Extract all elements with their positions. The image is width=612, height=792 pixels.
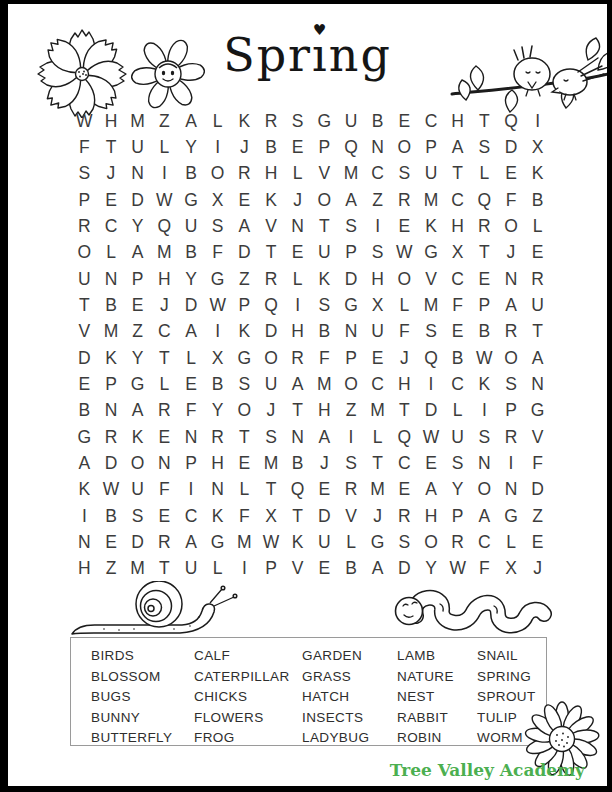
grid-cell-r12c13[interactable]: T: [391, 398, 418, 424]
grid-cell-r14c14[interactable]: E: [418, 450, 445, 476]
word-item-flowers[interactable]: FLOWERS: [194, 708, 302, 729]
grid-cell-r1c10[interactable]: G: [311, 108, 338, 134]
grid-cell-r10c13[interactable]: J: [391, 345, 418, 371]
grid-cell-r6c16[interactable]: T: [471, 240, 498, 266]
grid-cell-r16c14[interactable]: H: [418, 503, 445, 529]
grid-cell-r6c15[interactable]: X: [444, 240, 471, 266]
grid-cell-r17c14[interactable]: O: [418, 529, 445, 555]
grid-cell-r9c7[interactable]: K: [231, 319, 258, 345]
grid-cell-r10c12[interactable]: E: [364, 345, 391, 371]
grid-cell-r16c16[interactable]: A: [471, 503, 498, 529]
grid-cell-r12c12[interactable]: M: [364, 398, 391, 424]
grid-cell-r6c7[interactable]: D: [231, 240, 258, 266]
grid-cell-r16c11[interactable]: V: [338, 503, 365, 529]
grid-cell-r8c12[interactable]: X: [364, 292, 391, 318]
grid-cell-r15c17[interactable]: N: [498, 477, 525, 503]
grid-cell-r11c17[interactable]: S: [498, 371, 525, 397]
grid-cell-r11c5[interactable]: E: [178, 371, 205, 397]
grid-cell-r7c11[interactable]: D: [338, 266, 365, 292]
grid-cell-r2c11[interactable]: Q: [338, 134, 365, 160]
grid-cell-r14c10[interactable]: J: [311, 450, 338, 476]
grid-cell-r2c5[interactable]: Y: [178, 134, 205, 160]
word-item-robin[interactable]: ROBIN: [397, 728, 477, 749]
grid-cell-r1c18[interactable]: I: [524, 108, 551, 134]
grid-cell-r16c8[interactable]: X: [258, 503, 285, 529]
grid-cell-r5c17[interactable]: O: [498, 213, 525, 239]
grid-cell-r18c17[interactable]: X: [498, 556, 525, 582]
grid-cell-r5c4[interactable]: Q: [151, 213, 178, 239]
grid-cell-r13c2[interactable]: R: [98, 424, 125, 450]
grid-cell-r12c15[interactable]: L: [444, 398, 471, 424]
grid-cell-r12c18[interactable]: G: [524, 398, 551, 424]
grid-cell-r2c9[interactable]: E: [284, 134, 311, 160]
grid-cell-r11c7[interactable]: S: [231, 371, 258, 397]
grid-cell-r11c2[interactable]: P: [98, 371, 125, 397]
grid-cell-r15c14[interactable]: A: [418, 477, 445, 503]
grid-cell-r15c4[interactable]: F: [151, 477, 178, 503]
grid-cell-r5c18[interactable]: L: [524, 213, 551, 239]
grid-cell-r13c7[interactable]: T: [231, 424, 258, 450]
grid-cell-r17c7[interactable]: M: [231, 529, 258, 555]
grid-cell-r2c18[interactable]: X: [524, 134, 551, 160]
grid-cell-r18c18[interactable]: J: [524, 556, 551, 582]
grid-cell-r7c4[interactable]: H: [151, 266, 178, 292]
grid-cell-r12c16[interactable]: I: [471, 398, 498, 424]
grid-cell-r13c6[interactable]: R: [204, 424, 231, 450]
grid-cell-r17c4[interactable]: R: [151, 529, 178, 555]
grid-cell-r15c3[interactable]: U: [124, 477, 151, 503]
grid-cell-r7c7[interactable]: Z: [231, 266, 258, 292]
grid-cell-r9c18[interactable]: T: [524, 319, 551, 345]
grid-cell-r6c10[interactable]: U: [311, 240, 338, 266]
grid-cell-r1c14[interactable]: C: [418, 108, 445, 134]
grid-cell-r8c18[interactable]: U: [524, 292, 551, 318]
grid-cell-r2c1[interactable]: F: [71, 134, 98, 160]
grid-cell-r17c8[interactable]: W: [258, 529, 285, 555]
grid-cell-r16c10[interactable]: D: [311, 503, 338, 529]
grid-cell-r2c4[interactable]: L: [151, 134, 178, 160]
grid-cell-r10c4[interactable]: T: [151, 345, 178, 371]
grid-cell-r12c9[interactable]: T: [284, 398, 311, 424]
word-item-hatch[interactable]: HATCH: [302, 687, 397, 708]
grid-cell-r8c15[interactable]: F: [444, 292, 471, 318]
grid-cell-r5c3[interactable]: Y: [124, 213, 151, 239]
grid-cell-r10c5[interactable]: L: [178, 345, 205, 371]
grid-cell-r8c2[interactable]: B: [98, 292, 125, 318]
grid-cell-r10c9[interactable]: R: [284, 345, 311, 371]
grid-cell-r5c14[interactable]: K: [418, 213, 445, 239]
grid-cell-r15c12[interactable]: M: [364, 477, 391, 503]
grid-cell-r7c10[interactable]: K: [311, 266, 338, 292]
grid-cell-r6c6[interactable]: F: [204, 240, 231, 266]
grid-cell-r11c8[interactable]: U: [258, 371, 285, 397]
grid-cell-r13c18[interactable]: V: [524, 424, 551, 450]
grid-cell-r10c18[interactable]: A: [524, 345, 551, 371]
grid-cell-r9c5[interactable]: A: [178, 319, 205, 345]
grid-cell-r18c15[interactable]: W: [444, 556, 471, 582]
grid-cell-r15c7[interactable]: L: [231, 477, 258, 503]
grid-cell-r1c11[interactable]: U: [338, 108, 365, 134]
word-item-snail[interactable]: SNAIL: [477, 646, 546, 667]
grid-cell-r7c1[interactable]: U: [71, 266, 98, 292]
grid-cell-r15c5[interactable]: I: [178, 477, 205, 503]
grid-cell-r14c11[interactable]: S: [338, 450, 365, 476]
grid-cell-r11c6[interactable]: B: [204, 371, 231, 397]
grid-cell-r2c14[interactable]: P: [418, 134, 445, 160]
word-item-nature[interactable]: NATURE: [397, 667, 477, 688]
word-item-ladybug[interactable]: LADYBUG: [302, 728, 397, 749]
grid-cell-r7c12[interactable]: H: [364, 266, 391, 292]
grid-cell-r2c17[interactable]: D: [498, 134, 525, 160]
grid-cell-r3c15[interactable]: T: [444, 161, 471, 187]
grid-cell-r4c18[interactable]: B: [524, 187, 551, 213]
grid-cell-r15c11[interactable]: R: [338, 477, 365, 503]
grid-cell-r2c10[interactable]: P: [311, 134, 338, 160]
grid-cell-r13c10[interactable]: A: [311, 424, 338, 450]
grid-cell-r6c4[interactable]: M: [151, 240, 178, 266]
grid-cell-r3c5[interactable]: B: [178, 161, 205, 187]
grid-cell-r1c8[interactable]: R: [258, 108, 285, 134]
grid-cell-r3c12[interactable]: C: [364, 161, 391, 187]
grid-cell-r18c3[interactable]: M: [124, 556, 151, 582]
grid-cell-r9c6[interactable]: I: [204, 319, 231, 345]
grid-cell-r13c1[interactable]: G: [71, 424, 98, 450]
word-item-caterpillar[interactable]: CATERPILLAR: [194, 667, 302, 688]
grid-cell-r7c5[interactable]: Y: [178, 266, 205, 292]
grid-cell-r17c3[interactable]: D: [124, 529, 151, 555]
grid-cell-r3c1[interactable]: S: [71, 161, 98, 187]
grid-cell-r11c3[interactable]: G: [124, 371, 151, 397]
grid-cell-r7c17[interactable]: N: [498, 266, 525, 292]
grid-cell-r8c11[interactable]: G: [338, 292, 365, 318]
grid-cell-r8c6[interactable]: W: [204, 292, 231, 318]
grid-cell-r15c10[interactable]: E: [311, 477, 338, 503]
grid-cell-r17c5[interactable]: A: [178, 529, 205, 555]
grid-cell-r6c9[interactable]: E: [284, 240, 311, 266]
grid-cell-r8c14[interactable]: M: [418, 292, 445, 318]
grid-cell-r14c16[interactable]: N: [471, 450, 498, 476]
grid-cell-r18c7[interactable]: I: [231, 556, 258, 582]
grid-cell-r8c3[interactable]: E: [124, 292, 151, 318]
grid-cell-r1c5[interactable]: A: [178, 108, 205, 134]
grid-cell-r18c10[interactable]: E: [311, 556, 338, 582]
grid-cell-r9c17[interactable]: R: [498, 319, 525, 345]
grid-cell-r14c9[interactable]: B: [284, 450, 311, 476]
grid-cell-r11c14[interactable]: I: [418, 371, 445, 397]
grid-cell-r13c8[interactable]: S: [258, 424, 285, 450]
grid-cell-r4c14[interactable]: M: [418, 187, 445, 213]
grid-cell-r15c18[interactable]: D: [524, 477, 551, 503]
grid-cell-r18c5[interactable]: U: [178, 556, 205, 582]
grid-cell-r9c14[interactable]: S: [418, 319, 445, 345]
grid-cell-r4c8[interactable]: K: [258, 187, 285, 213]
grid-cell-r11c11[interactable]: O: [338, 371, 365, 397]
grid-cell-r10c10[interactable]: F: [311, 345, 338, 371]
grid-cell-r8c4[interactable]: J: [151, 292, 178, 318]
grid-cell-r11c4[interactable]: L: [151, 371, 178, 397]
grid-cell-r4c13[interactable]: R: [391, 187, 418, 213]
grid-cell-r14c6[interactable]: H: [204, 450, 231, 476]
grid-cell-r11c13[interactable]: H: [391, 371, 418, 397]
grid-cell-r3c11[interactable]: M: [338, 161, 365, 187]
grid-cell-r17c11[interactable]: L: [338, 529, 365, 555]
grid-cell-r6c8[interactable]: T: [258, 240, 285, 266]
grid-cell-r16c7[interactable]: F: [231, 503, 258, 529]
grid-cell-r13c3[interactable]: K: [124, 424, 151, 450]
grid-cell-r9c11[interactable]: N: [338, 319, 365, 345]
grid-cell-r10c8[interactable]: O: [258, 345, 285, 371]
grid-cell-r16c12[interactable]: J: [364, 503, 391, 529]
grid-cell-r7c18[interactable]: R: [524, 266, 551, 292]
word-item-lamb[interactable]: LAMB: [397, 646, 477, 667]
word-item-birds[interactable]: BIRDS: [91, 646, 194, 667]
grid-cell-r10c1[interactable]: D: [71, 345, 98, 371]
grid-cell-r11c10[interactable]: M: [311, 371, 338, 397]
grid-cell-r9c2[interactable]: M: [98, 319, 125, 345]
grid-cell-r12c3[interactable]: A: [124, 398, 151, 424]
grid-cell-r4c15[interactable]: C: [444, 187, 471, 213]
grid-cell-r13c15[interactable]: U: [444, 424, 471, 450]
grid-cell-r10c16[interactable]: W: [471, 345, 498, 371]
grid-cell-r4c12[interactable]: Z: [364, 187, 391, 213]
grid-cell-r16c3[interactable]: S: [124, 503, 151, 529]
grid-cell-r8c7[interactable]: P: [231, 292, 258, 318]
grid-cell-r15c16[interactable]: O: [471, 477, 498, 503]
grid-cell-r1c16[interactable]: T: [471, 108, 498, 134]
grid-cell-r16c9[interactable]: T: [284, 503, 311, 529]
word-item-bunny[interactable]: BUNNY: [91, 708, 194, 729]
grid-cell-r18c16[interactable]: F: [471, 556, 498, 582]
grid-cell-r11c1[interactable]: E: [71, 371, 98, 397]
grid-cell-r17c10[interactable]: U: [311, 529, 338, 555]
grid-cell-r3c3[interactable]: N: [124, 161, 151, 187]
grid-cell-r12c2[interactable]: N: [98, 398, 125, 424]
grid-cell-r3c6[interactable]: O: [204, 161, 231, 187]
grid-cell-r5c2[interactable]: C: [98, 213, 125, 239]
grid-cell-r7c3[interactable]: P: [124, 266, 151, 292]
grid-cell-r14c8[interactable]: M: [258, 450, 285, 476]
grid-cell-r16c6[interactable]: K: [204, 503, 231, 529]
grid-cell-r7c14[interactable]: V: [418, 266, 445, 292]
grid-cell-r5c11[interactable]: S: [338, 213, 365, 239]
grid-cell-r16c15[interactable]: P: [444, 503, 471, 529]
grid-cell-r2c7[interactable]: J: [231, 134, 258, 160]
grid-cell-r2c15[interactable]: A: [444, 134, 471, 160]
grid-cell-r8c16[interactable]: P: [471, 292, 498, 318]
grid-cell-r4c10[interactable]: O: [311, 187, 338, 213]
grid-cell-r1c13[interactable]: E: [391, 108, 418, 134]
grid-cell-r6c3[interactable]: A: [124, 240, 151, 266]
grid-cell-r14c12[interactable]: T: [364, 450, 391, 476]
grid-cell-r15c15[interactable]: Y: [444, 477, 471, 503]
grid-cell-r5c12[interactable]: I: [364, 213, 391, 239]
grid-cell-r8c5[interactable]: D: [178, 292, 205, 318]
grid-cell-r9c8[interactable]: D: [258, 319, 285, 345]
grid-cell-r14c3[interactable]: O: [124, 450, 151, 476]
grid-cell-r14c15[interactable]: S: [444, 450, 471, 476]
grid-cell-r17c1[interactable]: N: [71, 529, 98, 555]
grid-cell-r18c13[interactable]: D: [391, 556, 418, 582]
grid-cell-r5c15[interactable]: H: [444, 213, 471, 239]
word-item-insects[interactable]: INSECTS: [302, 708, 397, 729]
grid-cell-r16c17[interactable]: G: [498, 503, 525, 529]
grid-cell-r12c11[interactable]: Z: [338, 398, 365, 424]
grid-cell-r8c13[interactable]: L: [391, 292, 418, 318]
grid-cell-r5c10[interactable]: T: [311, 213, 338, 239]
grid-cell-r3c8[interactable]: H: [258, 161, 285, 187]
grid-cell-r8c17[interactable]: A: [498, 292, 525, 318]
grid-cell-r18c1[interactable]: H: [71, 556, 98, 582]
grid-cell-r16c13[interactable]: R: [391, 503, 418, 529]
grid-cell-r13c5[interactable]: N: [178, 424, 205, 450]
grid-cell-r3c2[interactable]: J: [98, 161, 125, 187]
grid-cell-r3c17[interactable]: E: [498, 161, 525, 187]
grid-cell-r1c6[interactable]: L: [204, 108, 231, 134]
grid-cell-r3c18[interactable]: K: [524, 161, 551, 187]
grid-cell-r2c3[interactable]: U: [124, 134, 151, 160]
grid-cell-r1c7[interactable]: K: [231, 108, 258, 134]
grid-cell-r18c8[interactable]: P: [258, 556, 285, 582]
grid-cell-r2c16[interactable]: S: [471, 134, 498, 160]
grid-cell-r6c14[interactable]: G: [418, 240, 445, 266]
grid-cell-r6c2[interactable]: L: [98, 240, 125, 266]
grid-cell-r4c4[interactable]: W: [151, 187, 178, 213]
grid-cell-r8c8[interactable]: Q: [258, 292, 285, 318]
grid-cell-r4c5[interactable]: G: [178, 187, 205, 213]
grid-cell-r7c15[interactable]: C: [444, 266, 471, 292]
grid-cell-r5c1[interactable]: R: [71, 213, 98, 239]
grid-cell-r13c16[interactable]: S: [471, 424, 498, 450]
grid-cell-r4c7[interactable]: E: [231, 187, 258, 213]
grid-cell-r11c15[interactable]: C: [444, 371, 471, 397]
grid-cell-r14c1[interactable]: A: [71, 450, 98, 476]
grid-cell-r18c4[interactable]: T: [151, 556, 178, 582]
grid-cell-r16c2[interactable]: B: [98, 503, 125, 529]
grid-cell-r9c9[interactable]: H: [284, 319, 311, 345]
grid-cell-r12c5[interactable]: F: [178, 398, 205, 424]
grid-cell-r12c6[interactable]: Y: [204, 398, 231, 424]
grid-cell-r12c7[interactable]: O: [231, 398, 258, 424]
grid-cell-r14c5[interactable]: P: [178, 450, 205, 476]
grid-cell-r5c6[interactable]: S: [204, 213, 231, 239]
grid-cell-r12c8[interactable]: J: [258, 398, 285, 424]
grid-cell-r17c16[interactable]: C: [471, 529, 498, 555]
grid-cell-r16c4[interactable]: E: [151, 503, 178, 529]
grid-cell-r4c16[interactable]: Q: [471, 187, 498, 213]
grid-cell-r3c13[interactable]: S: [391, 161, 418, 187]
grid-cell-r5c8[interactable]: V: [258, 213, 285, 239]
grid-cell-r13c11[interactable]: I: [338, 424, 365, 450]
grid-cell-r10c6[interactable]: X: [204, 345, 231, 371]
grid-cell-r5c7[interactable]: A: [231, 213, 258, 239]
grid-cell-r18c2[interactable]: Z: [98, 556, 125, 582]
grid-cell-r18c12[interactable]: A: [364, 556, 391, 582]
grid-cell-r7c13[interactable]: O: [391, 266, 418, 292]
grid-cell-r18c6[interactable]: L: [204, 556, 231, 582]
grid-cell-r11c18[interactable]: N: [524, 371, 551, 397]
grid-cell-r17c18[interactable]: E: [524, 529, 551, 555]
grid-cell-r9c4[interactable]: C: [151, 319, 178, 345]
grid-cell-r9c12[interactable]: U: [364, 319, 391, 345]
grid-cell-r9c13[interactable]: F: [391, 319, 418, 345]
grid-cell-r7c2[interactable]: N: [98, 266, 125, 292]
grid-cell-r14c2[interactable]: D: [98, 450, 125, 476]
grid-cell-r18c9[interactable]: V: [284, 556, 311, 582]
grid-cell-r2c12[interactable]: N: [364, 134, 391, 160]
word-item-butterfly[interactable]: BUTTERFLY: [91, 728, 194, 749]
grid-cell-r11c16[interactable]: K: [471, 371, 498, 397]
grid-cell-r7c8[interactable]: R: [258, 266, 285, 292]
grid-cell-r1c3[interactable]: M: [124, 108, 151, 134]
grid-cell-r1c12[interactable]: B: [364, 108, 391, 134]
grid-cell-r7c9[interactable]: L: [284, 266, 311, 292]
grid-cell-r11c9[interactable]: A: [284, 371, 311, 397]
grid-cell-r5c5[interactable]: U: [178, 213, 205, 239]
grid-cell-r7c6[interactable]: G: [204, 266, 231, 292]
grid-cell-r9c1[interactable]: V: [71, 319, 98, 345]
grid-cell-r6c13[interactable]: W: [391, 240, 418, 266]
grid-cell-r10c17[interactable]: O: [498, 345, 525, 371]
word-item-spring[interactable]: SPRING: [477, 667, 546, 688]
grid-cell-r13c12[interactable]: L: [364, 424, 391, 450]
grid-cell-r3c14[interactable]: U: [418, 161, 445, 187]
grid-cell-r9c15[interactable]: E: [444, 319, 471, 345]
grid-cell-r18c11[interactable]: B: [338, 556, 365, 582]
grid-cell-r2c8[interactable]: B: [258, 134, 285, 160]
grid-cell-r6c1[interactable]: O: [71, 240, 98, 266]
grid-cell-r13c9[interactable]: N: [284, 424, 311, 450]
grid-cell-r5c13[interactable]: E: [391, 213, 418, 239]
grid-cell-r1c15[interactable]: H: [444, 108, 471, 134]
grid-cell-r8c9[interactable]: I: [284, 292, 311, 318]
grid-cell-r6c12[interactable]: S: [364, 240, 391, 266]
grid-cell-r2c13[interactable]: O: [391, 134, 418, 160]
word-item-bugs[interactable]: BUGS: [91, 687, 194, 708]
grid-cell-r5c9[interactable]: N: [284, 213, 311, 239]
grid-cell-r5c16[interactable]: R: [471, 213, 498, 239]
grid-cell-r13c13[interactable]: Q: [391, 424, 418, 450]
grid-cell-r16c1[interactable]: I: [71, 503, 98, 529]
grid-cell-r14c17[interactable]: I: [498, 450, 525, 476]
grid-cell-r10c15[interactable]: B: [444, 345, 471, 371]
grid-cell-r4c1[interactable]: P: [71, 187, 98, 213]
grid-cell-r4c9[interactable]: J: [284, 187, 311, 213]
grid-cell-r16c18[interactable]: Z: [524, 503, 551, 529]
grid-cell-r4c3[interactable]: D: [124, 187, 151, 213]
word-item-grass[interactable]: GRASS: [302, 667, 397, 688]
grid-cell-r1c2[interactable]: H: [98, 108, 125, 134]
grid-cell-r1c1[interactable]: W: [71, 108, 98, 134]
grid-cell-r7c16[interactable]: E: [471, 266, 498, 292]
grid-cell-r13c4[interactable]: E: [151, 424, 178, 450]
grid-cell-r9c16[interactable]: B: [471, 319, 498, 345]
grid-cell-r17c2[interactable]: E: [98, 529, 125, 555]
grid-cell-r6c11[interactable]: P: [338, 240, 365, 266]
grid-cell-r12c17[interactable]: P: [498, 398, 525, 424]
grid-cell-r15c6[interactable]: N: [204, 477, 231, 503]
grid-cell-r4c17[interactable]: F: [498, 187, 525, 213]
grid-cell-r17c15[interactable]: R: [444, 529, 471, 555]
grid-cell-r10c11[interactable]: P: [338, 345, 365, 371]
grid-cell-r17c17[interactable]: L: [498, 529, 525, 555]
grid-cell-r8c10[interactable]: S: [311, 292, 338, 318]
grid-cell-r14c18[interactable]: F: [524, 450, 551, 476]
grid-cell-r15c13[interactable]: E: [391, 477, 418, 503]
grid-cell-r10c2[interactable]: K: [98, 345, 125, 371]
grid-cell-r3c10[interactable]: V: [311, 161, 338, 187]
grid-cell-r12c1[interactable]: B: [71, 398, 98, 424]
grid-cell-r17c13[interactable]: S: [391, 529, 418, 555]
